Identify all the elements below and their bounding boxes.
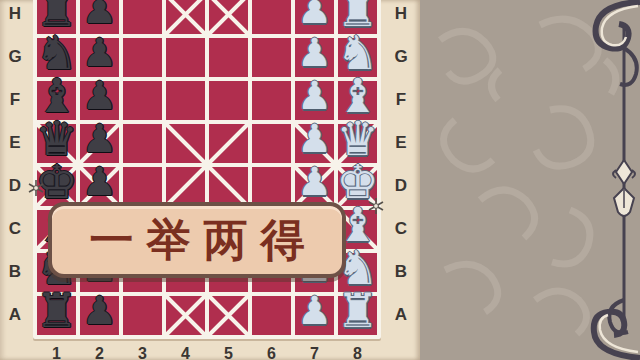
piece-glyph: ♟ (297, 116, 332, 161)
file-label-4: 4 (174, 345, 198, 360)
black-pawn[interactable]: ♟ (80, 0, 119, 34)
black-pawn[interactable]: ♟ (80, 81, 119, 120)
rank-label-B: B (391, 262, 411, 282)
black-rook[interactable]: ♜ (37, 296, 76, 335)
piece-layer: ♜♞♝♚♛♝♞♜♟♟♟♟♟♟♟♟♟♟♟♟♟♟♟♟♜♞♝♚♛♝♞♜ (33, 0, 381, 339)
file-label-7: 7 (303, 345, 327, 360)
black-queen[interactable]: ♛ (37, 124, 76, 163)
black-knight[interactable]: ♞ (37, 38, 76, 77)
piece-glyph: ♟ (82, 30, 117, 75)
file-label-3: 3 (131, 345, 155, 360)
decorative-side-panel (420, 0, 640, 360)
rank-label-D: D (5, 176, 25, 196)
white-pawn[interactable]: ♟ (295, 296, 334, 335)
video-frame: ♜♞♝♚♛♝♞♜♟♟♟♟♟♟♟♟♟♟♟♟♟♟♟♟♜♞♝♚♛♝♞♜ HGFEDCB… (0, 0, 640, 360)
piece-glyph: ♜ (336, 0, 378, 37)
black-pawn[interactable]: ♟ (80, 38, 119, 77)
rank-label-E: E (5, 133, 25, 153)
rank-label-D: D (391, 176, 411, 196)
piece-glyph: ♟ (297, 288, 332, 333)
sparkle-icon (26, 178, 46, 198)
white-bishop[interactable]: ♝ (338, 81, 377, 120)
piece-glyph: ♟ (297, 0, 332, 32)
rank-label-E: E (391, 133, 411, 153)
chess-board: ♜♞♝♚♛♝♞♜♟♟♟♟♟♟♟♟♟♟♟♟♟♟♟♟♜♞♝♚♛♝♞♜ (33, 0, 381, 339)
rank-label-A: A (5, 305, 25, 325)
fleur-ornament (613, 160, 635, 216)
rank-label-C: C (5, 219, 25, 239)
file-label-5: 5 (217, 345, 241, 360)
rank-label-C: C (391, 219, 411, 239)
piece-glyph: ♟ (82, 73, 117, 118)
rank-label-F: F (391, 90, 411, 110)
rank-label-G: G (5, 47, 25, 67)
damask-swirl-pattern (420, 0, 640, 360)
piece-glyph: ♟ (82, 0, 117, 32)
rank-label-A: A (391, 305, 411, 325)
white-pawn[interactable]: ♟ (295, 38, 334, 77)
file-label-2: 2 (88, 345, 112, 360)
rank-label-F: F (5, 90, 25, 110)
black-bishop[interactable]: ♝ (37, 81, 76, 120)
file-label-8: 8 (346, 345, 370, 360)
rank-label-H: H (5, 4, 25, 24)
white-pawn[interactable]: ♟ (295, 167, 334, 206)
rank-label-H: H (391, 4, 411, 24)
white-knight[interactable]: ♞ (338, 38, 377, 77)
banner-text: 一举两得 (77, 218, 318, 262)
piece-glyph: ♜ (35, 0, 77, 37)
sparkle-icon (366, 196, 386, 216)
file-label-6: 6 (260, 345, 284, 360)
white-pawn[interactable]: ♟ (295, 124, 334, 163)
white-queen[interactable]: ♛ (338, 124, 377, 163)
piece-glyph: ♟ (297, 30, 332, 75)
rank-label-G: G (391, 47, 411, 67)
piece-glyph: ♟ (82, 288, 117, 333)
piece-glyph: ♟ (297, 73, 332, 118)
piece-glyph: ♟ (82, 116, 117, 161)
black-pawn[interactable]: ♟ (80, 167, 119, 206)
white-pawn[interactable]: ♟ (295, 0, 334, 34)
caption-banner: 一举两得 (48, 202, 346, 278)
piece-glyph: ♟ (82, 159, 117, 204)
file-label-1: 1 (45, 345, 69, 360)
rank-label-B: B (5, 262, 25, 282)
black-rook[interactable]: ♜ (37, 0, 76, 34)
black-pawn[interactable]: ♟ (80, 124, 119, 163)
board-frame: ♜♞♝♚♛♝♞♜♟♟♟♟♟♟♟♟♟♟♟♟♟♟♟♟♜♞♝♚♛♝♞♜ HGFEDCB… (0, 0, 420, 360)
white-rook[interactable]: ♜ (338, 296, 377, 335)
black-pawn[interactable]: ♟ (80, 296, 119, 335)
piece-glyph: ♟ (297, 159, 332, 204)
white-rook[interactable]: ♜ (338, 0, 377, 34)
white-pawn[interactable]: ♟ (295, 81, 334, 120)
